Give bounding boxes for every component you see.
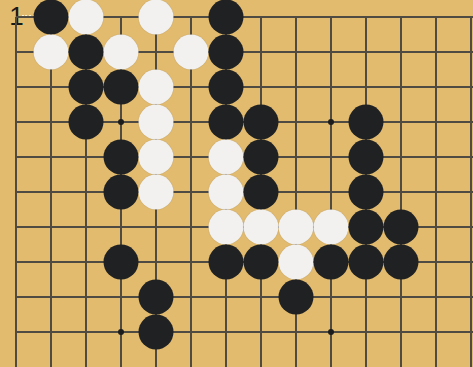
stone-black [314,245,349,280]
stone-black [34,0,69,35]
stone-white [139,105,174,140]
stone-white [69,0,104,35]
grid-line-horizontal [16,296,473,298]
stone-black [209,105,244,140]
stone-black [384,245,419,280]
stone-white [244,210,279,245]
grid-line-horizontal [16,331,473,333]
stone-black [209,245,244,280]
go-board[interactable]: 1 [0,0,473,367]
stone-black [349,210,384,245]
stone-white [209,175,244,210]
stone-white [139,140,174,175]
stone-black [69,105,104,140]
go-app-screen: 1 [0,0,473,367]
stone-black [104,245,139,280]
stone-black [244,105,279,140]
star-point [118,329,124,335]
stone-black [244,140,279,175]
stone-white [104,35,139,70]
stone-black [139,315,174,350]
stone-black [139,280,174,315]
stone-white [139,0,174,35]
stone-white [279,210,314,245]
stone-white [209,210,244,245]
stone-black [244,175,279,210]
stone-black [384,210,419,245]
stone-black [104,175,139,210]
stone-white [139,70,174,105]
stone-white [279,245,314,280]
stone-white [34,35,69,70]
stone-white [314,210,349,245]
stone-black [69,70,104,105]
stone-black [279,280,314,315]
stone-black [104,140,139,175]
star-point [328,329,334,335]
star-point [118,119,124,125]
stone-white [209,140,244,175]
stone-white [174,35,209,70]
stone-black [69,35,104,70]
stone-white [139,175,174,210]
stone-black [349,245,384,280]
stone-black [244,245,279,280]
stone-black [209,35,244,70]
stone-black [209,70,244,105]
stone-black [349,140,384,175]
stone-black [209,0,244,35]
star-point [328,119,334,125]
stone-black [104,70,139,105]
stone-black [349,105,384,140]
stone-black [349,175,384,210]
